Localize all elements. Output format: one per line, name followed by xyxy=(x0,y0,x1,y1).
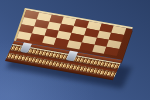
scene xyxy=(0,0,150,100)
board-square xyxy=(104,47,119,56)
